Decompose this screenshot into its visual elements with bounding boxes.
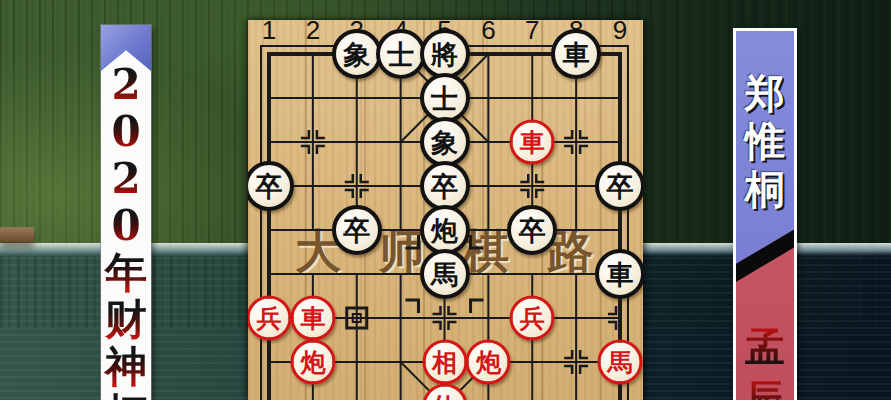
vertical-text-char: 惟 [736,117,794,165]
broadcast-frame: 大师棋路 123456789 象士將車士象車卒卒卒卒炮卒馬車兵車兵炮相炮馬仕 2… [0,0,891,400]
piece-black-soldier[interactable]: 卒 [332,205,382,255]
column-label: 6 [481,20,495,46]
piece-red-chariot[interactable]: 車 [510,120,555,165]
player-name-strip-inner: 郑惟桐 孟辰 [736,31,794,400]
piece-red-soldier[interactable]: 兵 [510,296,555,341]
column-label: 9 [613,20,627,46]
piece-black-chariot[interactable]: 車 [595,249,643,299]
piece-red-soldier[interactable]: 兵 [248,296,292,341]
vertical-text-char: 0 [101,108,151,155]
vertical-text-char: 孟 [736,321,794,373]
vertical-text-char: 杯 [101,390,151,400]
vertical-text-char: 桐 [736,165,794,213]
piece-red-elephant[interactable]: 相 [422,340,467,385]
piece-red-chariot[interactable]: 車 [290,296,335,341]
piece-black-cannon[interactable]: 炮 [420,205,470,255]
piece-black-chariot[interactable]: 車 [551,29,601,79]
piece-black-soldier[interactable]: 卒 [595,161,643,211]
event-banner-text: 2020年财神杯 [101,61,151,400]
column-label: 7 [525,20,539,46]
vertical-text-char: 2 [101,155,151,202]
column-label: 1 [262,20,276,46]
piece-black-soldier[interactable]: 卒 [420,161,470,211]
vertical-text-char: 辰 [736,373,794,400]
piece-black-horse[interactable]: 馬 [420,249,470,299]
piece-black-general[interactable]: 將 [420,29,470,79]
vertical-text-char: 年 [101,249,151,296]
piece-black-elephant[interactable]: 象 [332,29,382,79]
background-dock [0,227,34,242]
piece-black-advisor[interactable]: 士 [420,73,470,123]
vertical-text-char: 财 [101,296,151,343]
player-name-strip: 郑惟桐 孟辰 [733,28,797,400]
piece-red-cannon[interactable]: 炮 [466,340,511,385]
player-name-black-side: 郑惟桐 [736,69,794,213]
piece-black-advisor[interactable]: 士 [376,29,426,79]
piece-black-soldier[interactable]: 卒 [507,205,557,255]
piece-black-elephant[interactable]: 象 [420,117,470,167]
player-name-red-side: 孟辰 [736,321,794,400]
vertical-text-char: 神 [101,343,151,390]
vertical-text-char: 0 [101,202,151,249]
vertical-text-char: 郑 [736,69,794,117]
xiangqi-board[interactable]: 大师棋路 123456789 象士將車士象車卒卒卒卒炮卒馬車兵車兵炮相炮馬仕 [248,20,643,400]
column-label: 2 [306,20,320,46]
vertical-text-char: 2 [101,61,151,108]
event-banner: 2020年财神杯 [101,25,151,400]
piece-red-horse[interactable]: 馬 [598,340,643,385]
piece-red-cannon[interactable]: 炮 [290,340,335,385]
